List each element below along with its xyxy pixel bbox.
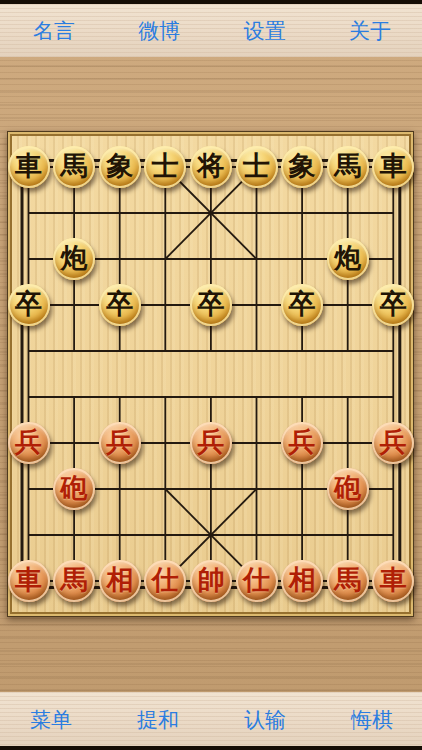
offer-draw-button[interactable]: 提和	[137, 709, 179, 730]
piece-red-horse[interactable]: 馬	[327, 560, 369, 602]
piece-glyph: 馬	[334, 567, 361, 594]
piece-black-general[interactable]: 将	[190, 146, 232, 188]
piece-glyph: 卒	[289, 291, 316, 318]
piece-black-advisor[interactable]: 士	[144, 146, 186, 188]
piece-glyph: 象	[289, 153, 316, 180]
piece-black-soldier[interactable]: 卒	[190, 284, 232, 326]
piece-glyph: 馬	[61, 153, 88, 180]
piece-glyph: 車	[15, 567, 42, 594]
top-toolbar: 名言 微博 设置 关于	[0, 4, 422, 57]
piece-glyph: 卒	[15, 291, 42, 318]
piece-black-horse[interactable]: 馬	[327, 146, 369, 188]
piece-black-soldier[interactable]: 卒	[281, 284, 323, 326]
piece-glyph: 士	[152, 153, 179, 180]
piece-red-soldier[interactable]: 兵	[99, 422, 141, 464]
piece-glyph: 砲	[61, 475, 88, 502]
piece-red-soldier[interactable]: 兵	[8, 422, 50, 464]
piece-glyph: 兵	[380, 429, 407, 456]
piece-glyph: 帥	[197, 567, 224, 594]
piece-glyph: 車	[15, 153, 42, 180]
piece-glyph: 卒	[106, 291, 133, 318]
undo-move-button[interactable]: 悔棋	[351, 709, 393, 730]
piece-black-soldier[interactable]: 卒	[372, 284, 414, 326]
piece-glyph: 将	[197, 153, 224, 180]
piece-glyph: 兵	[106, 429, 133, 456]
piece-glyph: 馬	[334, 153, 361, 180]
piece-red-advisor[interactable]: 仕	[144, 560, 186, 602]
piece-black-advisor[interactable]: 士	[236, 146, 278, 188]
piece-red-soldier[interactable]: 兵	[281, 422, 323, 464]
piece-red-advisor[interactable]: 仕	[236, 560, 278, 602]
piece-black-soldier[interactable]: 卒	[99, 284, 141, 326]
piece-red-soldier[interactable]: 兵	[372, 422, 414, 464]
piece-red-horse[interactable]: 馬	[53, 560, 95, 602]
piece-red-general[interactable]: 帥	[190, 560, 232, 602]
piece-glyph: 仕	[152, 567, 179, 594]
resign-button[interactable]: 认输	[244, 709, 286, 730]
weibo-button[interactable]: 微博	[138, 20, 180, 41]
piece-glyph: 相	[106, 567, 133, 594]
piece-glyph: 兵	[197, 429, 224, 456]
piece-black-elephant[interactable]: 象	[281, 146, 323, 188]
piece-glyph: 車	[380, 567, 407, 594]
piece-black-chariot[interactable]: 車	[372, 146, 414, 188]
piece-glyph: 相	[289, 567, 316, 594]
piece-glyph: 士	[243, 153, 270, 180]
board-grid	[8, 132, 415, 618]
piece-red-elephant[interactable]: 相	[281, 560, 323, 602]
piece-red-cannon[interactable]: 砲	[327, 468, 369, 510]
piece-black-elephant[interactable]: 象	[99, 146, 141, 188]
piece-glyph: 卒	[380, 291, 407, 318]
piece-red-chariot[interactable]: 車	[8, 560, 50, 602]
piece-red-elephant[interactable]: 相	[99, 560, 141, 602]
piece-glyph: 兵	[15, 429, 42, 456]
xiangqi-board[interactable]: 車馬象士将士象馬車炮炮卒卒卒卒卒兵兵兵兵兵砲砲車馬相仕帥仕相馬車	[7, 131, 414, 617]
screen-bottom-edge	[0, 746, 422, 750]
piece-glyph: 仕	[243, 567, 270, 594]
screen-top-edge	[0, 0, 422, 4]
piece-black-horse[interactable]: 馬	[53, 146, 95, 188]
piece-glyph: 砲	[334, 475, 361, 502]
piece-black-soldier[interactable]: 卒	[8, 284, 50, 326]
about-button[interactable]: 关于	[349, 20, 391, 41]
quotes-button[interactable]: 名言	[33, 20, 75, 41]
settings-button[interactable]: 设置	[244, 20, 286, 41]
piece-red-cannon[interactable]: 砲	[53, 468, 95, 510]
piece-red-chariot[interactable]: 車	[372, 560, 414, 602]
piece-black-chariot[interactable]: 車	[8, 146, 50, 188]
piece-glyph: 炮	[334, 245, 361, 272]
piece-glyph: 馬	[61, 567, 88, 594]
piece-glyph: 象	[106, 153, 133, 180]
piece-red-soldier[interactable]: 兵	[190, 422, 232, 464]
menu-button[interactable]: 菜单	[30, 709, 72, 730]
piece-glyph: 兵	[289, 429, 316, 456]
bottom-toolbar: 菜单 提和 认输 悔棋	[0, 692, 422, 746]
piece-glyph: 車	[380, 153, 407, 180]
piece-glyph: 炮	[61, 245, 88, 272]
piece-black-cannon[interactable]: 炮	[327, 238, 369, 280]
piece-black-cannon[interactable]: 炮	[53, 238, 95, 280]
piece-glyph: 卒	[197, 291, 224, 318]
